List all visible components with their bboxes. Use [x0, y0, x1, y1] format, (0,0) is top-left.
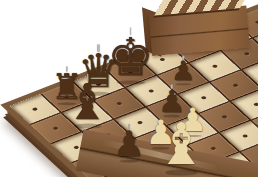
pin-icon — [98, 45, 100, 51]
pin-icon — [130, 28, 132, 35]
storage-box — [141, 0, 252, 64]
product-photo-stage: ♜♛♚♝♟♟♟♟♟♝ — [0, 0, 258, 177]
pin-icon — [66, 67, 68, 72]
